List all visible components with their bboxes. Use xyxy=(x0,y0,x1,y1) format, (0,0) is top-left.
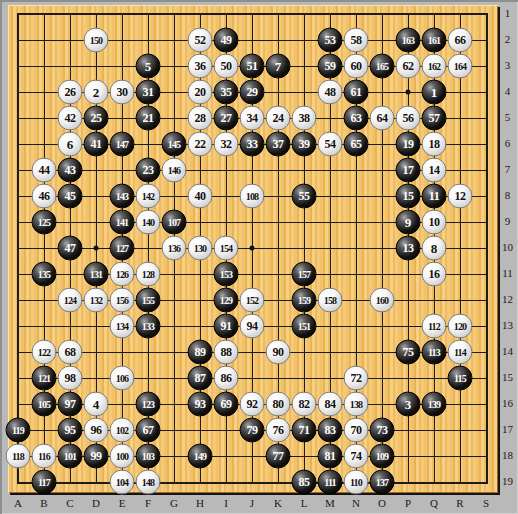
stone-black-97-C16[interactable]: 97 xyxy=(58,392,83,417)
stone-black-73-O17[interactable]: 73 xyxy=(370,418,395,443)
stone-black-17-P7[interactable]: 17 xyxy=(396,158,421,183)
stone-white-36-H3[interactable]: 36 xyxy=(188,54,213,79)
stone-white-14-Q7[interactable]: 14 xyxy=(422,158,447,183)
stone-black-65-N6[interactable]: 65 xyxy=(344,132,369,157)
stone-white-156-E12[interactable]: 156 xyxy=(110,288,135,313)
stone-black-53-M2[interactable]: 53 xyxy=(318,28,343,53)
stone-black-79-J17[interactable]: 79 xyxy=(240,418,265,443)
stone-white-64-O5[interactable]: 64 xyxy=(370,106,395,131)
stone-black-51-J3[interactable]: 51 xyxy=(240,54,265,79)
stone-white-112-Q13[interactable]: 112 xyxy=(422,314,447,339)
stone-black-27-I5[interactable]: 27 xyxy=(214,106,239,131)
stone-white-34-J5[interactable]: 34 xyxy=(240,106,265,131)
col-label-M: M xyxy=(323,497,337,509)
stone-white-128-F11[interactable]: 128 xyxy=(136,262,161,287)
stone-white-26-C4[interactable]: 26 xyxy=(58,80,83,105)
stone-white-154-I10[interactable]: 154 xyxy=(214,236,239,261)
stone-white-74-N18[interactable]: 74 xyxy=(344,444,369,469)
col-label-L: L xyxy=(297,497,311,509)
stone-black-143-E8[interactable]: 143 xyxy=(110,184,135,209)
stone-black-7-K3[interactable]: 7 xyxy=(266,54,291,79)
stone-white-86-I15[interactable]: 86 xyxy=(214,366,239,391)
stone-black-133-F13[interactable]: 133 xyxy=(136,314,161,339)
stone-black-139-Q16[interactable]: 139 xyxy=(422,392,447,417)
stone-white-62-P3[interactable]: 62 xyxy=(396,54,421,79)
row-label-15: 15 xyxy=(499,371,516,383)
stone-black-131-D11[interactable]: 131 xyxy=(84,262,109,287)
row-label-14: 14 xyxy=(499,345,516,357)
stone-white-44-B7[interactable]: 44 xyxy=(32,158,57,183)
stone-white-10-Q9[interactable]: 10 xyxy=(422,210,447,235)
stone-white-160-O12[interactable]: 160 xyxy=(370,288,395,313)
stone-white-136-G10[interactable]: 136 xyxy=(162,236,187,261)
stone-black-37-K6[interactable]: 37 xyxy=(266,132,291,157)
row-label-6: 6 xyxy=(499,137,516,149)
stone-black-49-I2[interactable]: 49 xyxy=(214,28,239,53)
stone-white-82-L16[interactable]: 82 xyxy=(292,392,317,417)
stone-white-142-F8[interactable]: 142 xyxy=(136,184,161,209)
stone-black-137-O19[interactable]: 137 xyxy=(370,470,395,495)
stone-black-35-I4[interactable]: 35 xyxy=(214,80,239,105)
stone-white-58-N2[interactable]: 58 xyxy=(344,28,369,53)
stone-black-11-Q8[interactable]: 11 xyxy=(422,184,447,209)
col-label-P: P xyxy=(401,497,415,509)
stone-white-8-Q10[interactable]: 8 xyxy=(422,236,447,261)
stone-black-1-Q4[interactable]: 1 xyxy=(422,80,447,105)
stone-white-20-H4[interactable]: 20 xyxy=(188,80,213,105)
stone-white-104-E19[interactable]: 104 xyxy=(110,470,135,495)
stone-black-89-H14[interactable]: 89 xyxy=(188,340,213,365)
stone-black-105-B16[interactable]: 105 xyxy=(32,392,57,417)
row-label-3: 3 xyxy=(499,59,516,71)
stone-white-52-H2[interactable]: 52 xyxy=(188,28,213,53)
row-label-17: 17 xyxy=(499,423,516,435)
stone-black-123-F16[interactable]: 123 xyxy=(136,392,161,417)
stone-white-38-L5[interactable]: 38 xyxy=(292,106,317,131)
stone-white-140-F9[interactable]: 140 xyxy=(136,210,161,235)
stone-black-103-F18[interactable]: 103 xyxy=(136,444,161,469)
row-label-7: 7 xyxy=(499,163,516,175)
stone-white-122-B14[interactable]: 122 xyxy=(32,340,57,365)
star-point-P4 xyxy=(406,90,411,95)
stone-black-47-C10[interactable]: 47 xyxy=(58,236,83,261)
stone-white-46-B8[interactable]: 46 xyxy=(32,184,57,209)
row-label-10: 10 xyxy=(499,241,516,253)
stone-black-29-J4[interactable]: 29 xyxy=(240,80,265,105)
stone-black-153-I11[interactable]: 153 xyxy=(214,262,239,287)
stone-white-150-D2[interactable]: 150 xyxy=(84,28,109,53)
col-label-E: E xyxy=(115,497,129,509)
stone-black-145-G6[interactable]: 145 xyxy=(162,132,187,157)
stone-black-151-L13[interactable]: 151 xyxy=(292,314,317,339)
stone-white-48-M4[interactable]: 48 xyxy=(318,80,343,105)
stone-white-60-N3[interactable]: 60 xyxy=(344,54,369,79)
stone-black-69-I16[interactable]: 69 xyxy=(214,392,239,417)
stone-white-100-E18[interactable]: 100 xyxy=(110,444,135,469)
stone-black-25-D5[interactable]: 25 xyxy=(84,106,109,131)
stone-black-127-E10[interactable]: 127 xyxy=(110,236,135,261)
stone-white-80-K16[interactable]: 80 xyxy=(266,392,291,417)
col-label-O: O xyxy=(375,497,389,509)
col-label-N: N xyxy=(349,497,363,509)
stone-white-114-R14[interactable]: 114 xyxy=(448,340,473,365)
stone-white-106-E15[interactable]: 106 xyxy=(110,366,135,391)
stone-white-84-M16[interactable]: 84 xyxy=(318,392,343,417)
col-label-C: C xyxy=(63,497,77,509)
row-label-9: 9 xyxy=(499,215,516,227)
stone-white-158-M12[interactable]: 158 xyxy=(318,288,343,313)
stone-white-92-J16[interactable]: 92 xyxy=(240,392,265,417)
stone-white-126-E11[interactable]: 126 xyxy=(110,262,135,287)
stone-white-2-D4[interactable]: 2 xyxy=(84,80,109,105)
stone-white-70-N17[interactable]: 70 xyxy=(344,418,369,443)
stone-black-39-L6[interactable]: 39 xyxy=(292,132,317,157)
stone-white-68-C14[interactable]: 68 xyxy=(58,340,83,365)
stone-white-148-F19[interactable]: 148 xyxy=(136,470,161,495)
stone-white-24-K5[interactable]: 24 xyxy=(266,106,291,131)
stone-black-119-A17[interactable]: 119 xyxy=(6,418,31,443)
stone-white-30-E4[interactable]: 30 xyxy=(110,80,135,105)
stone-white-96-D17[interactable]: 96 xyxy=(84,418,109,443)
row-label-4: 4 xyxy=(499,85,516,97)
stone-black-57-Q5[interactable]: 57 xyxy=(422,106,447,131)
stone-white-22-H6[interactable]: 22 xyxy=(188,132,213,157)
col-label-B: B xyxy=(37,497,51,509)
stone-white-50-I3[interactable]: 50 xyxy=(214,54,239,79)
col-label-K: K xyxy=(271,497,285,509)
stone-black-117-B19[interactable]: 117 xyxy=(32,470,57,495)
stone-black-45-C8[interactable]: 45 xyxy=(58,184,83,209)
stone-black-43-C7[interactable]: 43 xyxy=(58,158,83,183)
row-label-2: 2 xyxy=(499,33,516,45)
stone-black-129-I12[interactable]: 129 xyxy=(214,288,239,313)
stone-black-115-R15[interactable]: 115 xyxy=(448,366,473,391)
stone-white-108-J8[interactable]: 108 xyxy=(240,184,265,209)
stone-black-121-B15[interactable]: 121 xyxy=(32,366,57,391)
stone-white-40-H8[interactable]: 40 xyxy=(188,184,213,209)
stone-white-12-R8[interactable]: 12 xyxy=(448,184,473,209)
stone-white-66-R2[interactable]: 66 xyxy=(448,28,473,53)
row-label-19: 19 xyxy=(499,475,516,487)
stone-white-32-I6[interactable]: 32 xyxy=(214,132,239,157)
stone-black-93-H16[interactable]: 93 xyxy=(188,392,213,417)
stone-black-77-K18[interactable]: 77 xyxy=(266,444,291,469)
stone-black-147-E6[interactable]: 147 xyxy=(110,132,135,157)
stone-white-164-R3[interactable]: 164 xyxy=(448,54,473,79)
stone-white-102-E17[interactable]: 102 xyxy=(110,418,135,443)
col-label-R: R xyxy=(453,497,467,509)
stone-black-71-L17[interactable]: 71 xyxy=(292,418,317,443)
stone-black-109-O18[interactable]: 109 xyxy=(370,444,395,469)
stone-black-13-P10[interactable]: 13 xyxy=(396,236,421,261)
stone-black-85-L19[interactable]: 85 xyxy=(292,470,317,495)
stone-white-4-D16[interactable]: 4 xyxy=(84,392,109,417)
row-label-11: 11 xyxy=(499,267,516,279)
stone-black-161-Q2[interactable]: 161 xyxy=(422,28,447,53)
row-label-1: 1 xyxy=(499,7,516,19)
stone-black-87-H15[interactable]: 87 xyxy=(188,366,213,391)
star-point-J10 xyxy=(250,246,255,251)
col-label-F: F xyxy=(141,497,155,509)
row-label-8: 8 xyxy=(499,189,516,201)
stone-white-76-K17[interactable]: 76 xyxy=(266,418,291,443)
col-label-H: H xyxy=(193,497,207,509)
go-board[interactable]: 1234567891011121314151617181920212223242… xyxy=(8,5,498,493)
stone-white-134-E13[interactable]: 134 xyxy=(110,314,135,339)
stone-black-107-G9[interactable]: 107 xyxy=(162,210,187,235)
stone-white-116-B18[interactable]: 116 xyxy=(32,444,57,469)
stone-black-149-H18[interactable]: 149 xyxy=(188,444,213,469)
stone-black-21-F5[interactable]: 21 xyxy=(136,106,161,131)
stone-black-3-P16[interactable]: 3 xyxy=(396,392,421,417)
stone-black-59-M3[interactable]: 59 xyxy=(318,54,343,79)
row-label-5: 5 xyxy=(499,111,516,123)
row-label-13: 13 xyxy=(499,319,516,331)
stone-black-155-F12[interactable]: 155 xyxy=(136,288,161,313)
stone-black-67-F17[interactable]: 67 xyxy=(136,418,161,443)
stone-white-152-J12[interactable]: 152 xyxy=(240,288,265,313)
stone-white-6-C6[interactable]: 6 xyxy=(58,132,83,157)
row-label-12: 12 xyxy=(499,293,516,305)
stone-white-118-A18[interactable]: 118 xyxy=(6,444,31,469)
stone-white-130-H10[interactable]: 130 xyxy=(188,236,213,261)
col-label-Q: Q xyxy=(427,497,441,509)
stone-black-63-N5[interactable]: 63 xyxy=(344,106,369,131)
stone-black-113-Q14[interactable]: 113 xyxy=(422,340,447,365)
col-label-I: I xyxy=(219,497,233,509)
stone-black-15-P8[interactable]: 15 xyxy=(396,184,421,209)
stone-black-81-M18[interactable]: 81 xyxy=(318,444,343,469)
stone-white-56-P5[interactable]: 56 xyxy=(396,106,421,131)
stone-black-55-L8[interactable]: 55 xyxy=(292,184,317,209)
stone-white-132-D12[interactable]: 132 xyxy=(84,288,109,313)
stone-black-9-P9[interactable]: 9 xyxy=(396,210,421,235)
stone-black-125-B9[interactable]: 125 xyxy=(32,210,57,235)
stone-white-146-G7[interactable]: 146 xyxy=(162,158,187,183)
star-point-D10 xyxy=(94,246,99,251)
stone-white-16-Q11[interactable]: 16 xyxy=(422,262,447,287)
col-label-G: G xyxy=(167,497,181,509)
stone-black-19-P6[interactable]: 19 xyxy=(396,132,421,157)
stone-white-124-C12[interactable]: 124 xyxy=(58,288,83,313)
col-label-A: A xyxy=(11,497,25,509)
stone-black-101-C18[interactable]: 101 xyxy=(58,444,83,469)
stone-black-31-F4[interactable]: 31 xyxy=(136,80,161,105)
stone-black-41-D6[interactable]: 41 xyxy=(84,132,109,157)
stone-black-91-I13[interactable]: 91 xyxy=(214,314,239,339)
stone-black-159-L12[interactable]: 159 xyxy=(292,288,317,313)
stone-white-88-I14[interactable]: 88 xyxy=(214,340,239,365)
stone-white-94-J13[interactable]: 94 xyxy=(240,314,265,339)
stone-black-163-P2[interactable]: 163 xyxy=(396,28,421,53)
stone-black-165-O3[interactable]: 165 xyxy=(370,54,395,79)
stone-white-98-C15[interactable]: 98 xyxy=(58,366,83,391)
stone-white-72-N15[interactable]: 72 xyxy=(344,366,369,391)
stone-black-5-F3[interactable]: 5 xyxy=(136,54,161,79)
stone-black-33-J6[interactable]: 33 xyxy=(240,132,265,157)
stone-black-111-M19[interactable]: 111 xyxy=(318,470,343,495)
stone-white-42-C5[interactable]: 42 xyxy=(58,106,83,131)
stone-black-61-N4[interactable]: 61 xyxy=(344,80,369,105)
stone-white-90-K14[interactable]: 90 xyxy=(266,340,291,365)
stone-white-120-R13[interactable]: 120 xyxy=(448,314,473,339)
stone-black-141-E9[interactable]: 141 xyxy=(110,210,135,235)
stone-black-83-M17[interactable]: 83 xyxy=(318,418,343,443)
stone-white-18-Q6[interactable]: 18 xyxy=(422,132,447,157)
col-label-D: D xyxy=(89,497,103,509)
stone-black-157-L11[interactable]: 157 xyxy=(292,262,317,287)
stone-black-135-B11[interactable]: 135 xyxy=(32,262,57,287)
row-label-18: 18 xyxy=(499,449,516,461)
stone-white-110-N19[interactable]: 110 xyxy=(344,470,369,495)
stone-black-95-C17[interactable]: 95 xyxy=(58,418,83,443)
stone-white-138-N16[interactable]: 138 xyxy=(344,392,369,417)
row-label-16: 16 xyxy=(499,397,516,409)
stone-black-75-P14[interactable]: 75 xyxy=(396,340,421,365)
stone-black-23-F7[interactable]: 23 xyxy=(136,158,161,183)
stone-white-162-Q3[interactable]: 162 xyxy=(422,54,447,79)
stone-white-28-H5[interactable]: 28 xyxy=(188,106,213,131)
go-diagram-window: 1234567891011121314151617181920212223242… xyxy=(0,0,518,514)
stone-black-99-D18[interactable]: 99 xyxy=(84,444,109,469)
col-label-S: S xyxy=(479,497,493,509)
stone-white-54-M6[interactable]: 54 xyxy=(318,132,343,157)
col-label-J: J xyxy=(245,497,259,509)
